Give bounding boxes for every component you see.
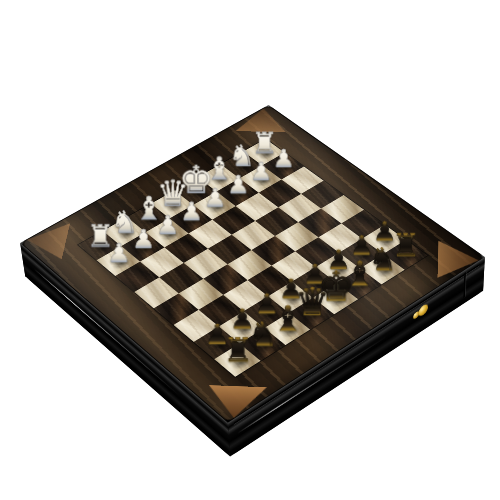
product-photo-background: { "game": "chess", "scene": { "type": "l… xyxy=(0,0,500,500)
chess-set-case: ♜♜♞♞♝♝♛♛♚♚♝♝♞♞♜♜♟♟♟♟♟♟♟♟♟♟♟♟♟♟♟♟♟♟♟♟♟♟♟♟… xyxy=(20,105,485,423)
board-top: ♜♜♞♞♝♝♛♛♚♚♝♝♞♞♜♜♟♟♟♟♟♟♟♟♟♟♟♟♟♟♟♟♟♟♟♟♟♟♟♟… xyxy=(20,105,485,423)
photo-stage: ♜♜♞♞♝♝♛♛♚♚♝♝♞♞♜♜♟♟♟♟♟♟♟♟♟♟♟♟♟♟♟♟♟♟♟♟♟♟♟♟… xyxy=(0,0,500,500)
drawer-seam-vertical xyxy=(463,272,466,298)
drawer-knob xyxy=(418,302,428,318)
